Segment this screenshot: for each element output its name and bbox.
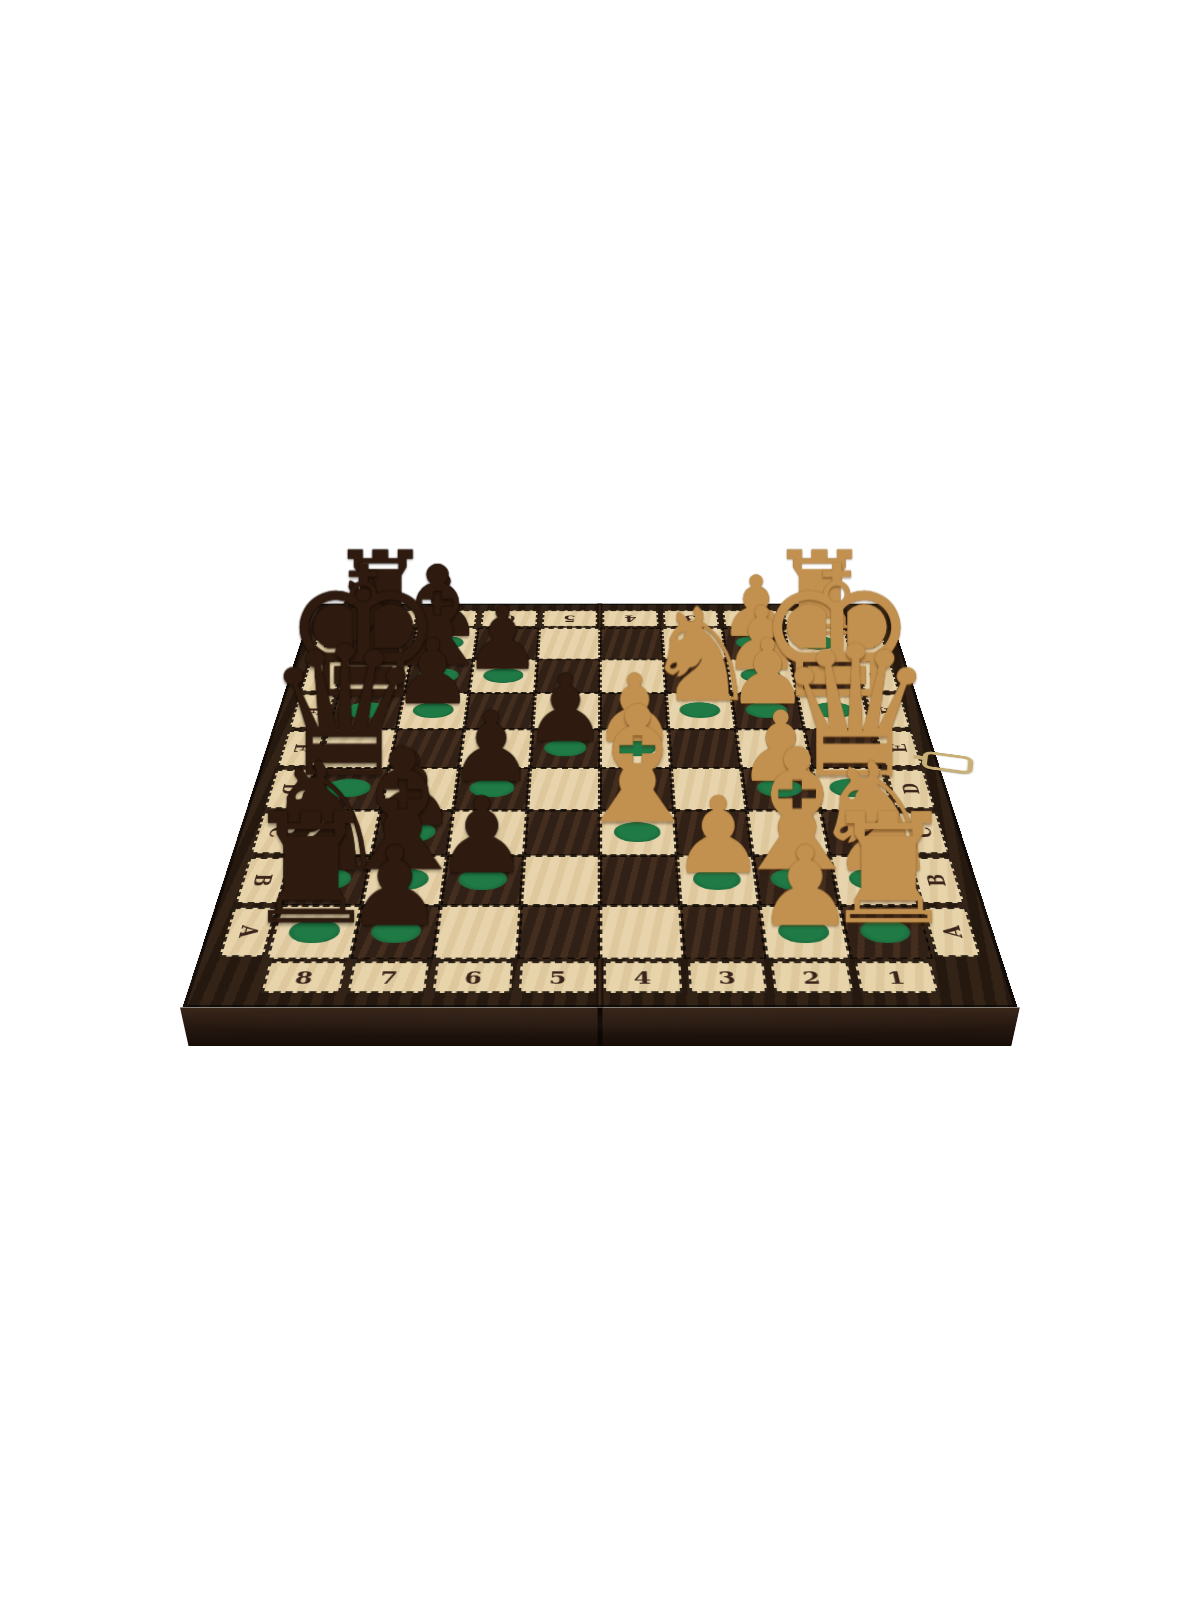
rank-label-near-8: 8 bbox=[261, 962, 346, 993]
board-perspective-wrapper: 88AA77BB66CC55DD44EE33FF22GG11HH♜♞♛♚♜♟♝♟… bbox=[260, 428, 940, 1108]
rank-label-near-5: 5 bbox=[518, 962, 596, 993]
square-b5[interactable] bbox=[520, 856, 600, 906]
square-a3[interactable] bbox=[680, 905, 767, 959]
square-b4[interactable] bbox=[600, 856, 680, 906]
square-a5[interactable] bbox=[517, 905, 600, 959]
piece-white-rook-a1[interactable]: ♜ bbox=[820, 794, 956, 946]
rank-label-near-7: 7 bbox=[347, 962, 430, 993]
rank-label-near-6: 6 bbox=[432, 962, 513, 993]
rank-label-near-2: 2 bbox=[771, 962, 854, 993]
rank-label-far-5: 5 bbox=[542, 611, 598, 627]
square-a4[interactable] bbox=[600, 905, 683, 959]
rank-label-near-3: 3 bbox=[687, 962, 768, 993]
chess-board: 88AA77BB66CC55DD44EE33FF22GG11HH♜♞♛♚♜♟♝♟… bbox=[182, 604, 1017, 1008]
rank-label-near-4: 4 bbox=[604, 962, 682, 993]
piece-black-rook-a8[interactable]: ♜ bbox=[243, 794, 379, 946]
square-a6[interactable] bbox=[433, 905, 520, 959]
product-photo-page: rn1q1knr/pbp2pbp/1p1p2p1/4p3/2B1P3/1P3N2… bbox=[0, 0, 1200, 1600]
table-shadow bbox=[160, 1012, 1040, 1032]
rank-label-near-1: 1 bbox=[854, 962, 939, 993]
